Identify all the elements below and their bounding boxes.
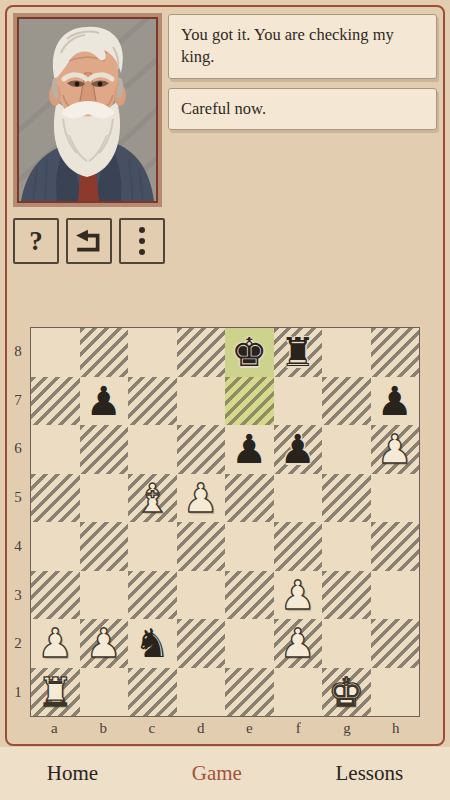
square-g4[interactable] — [322, 522, 371, 571]
piece-white-pawn: ♟ — [280, 575, 316, 615]
square-g8[interactable] — [322, 328, 371, 377]
rank-label: 7 — [7, 376, 29, 425]
square-f8[interactable]: ♜ — [274, 328, 323, 377]
file-label: c — [128, 716, 177, 740]
square-h1[interactable] — [371, 668, 420, 717]
square-e6[interactable]: ♟ — [225, 425, 274, 474]
piece-black-rook: ♜ — [280, 332, 316, 372]
piece-white-rook: ♜ — [37, 672, 73, 712]
piece-white-king: ♚ — [328, 672, 364, 712]
piece-white-pawn: ♟ — [377, 429, 413, 469]
square-g3[interactable] — [322, 571, 371, 620]
square-d4[interactable] — [177, 522, 226, 571]
rank-label: 1 — [7, 668, 29, 717]
square-b8[interactable] — [80, 328, 129, 377]
rank-label: 6 — [7, 425, 29, 474]
dialog-area: You got it. You are checking my king. Ca… — [168, 14, 437, 139]
square-d5[interactable]: ♟ — [177, 474, 226, 523]
square-d1[interactable] — [177, 668, 226, 717]
square-d6[interactable] — [177, 425, 226, 474]
piece-white-pawn: ♟ — [183, 478, 219, 518]
nav-game[interactable]: Game — [192, 761, 242, 786]
square-f3[interactable]: ♟ — [274, 571, 323, 620]
square-h2[interactable] — [371, 619, 420, 668]
undo-button[interactable] — [66, 218, 112, 264]
square-c2[interactable]: ♞ — [128, 619, 177, 668]
square-h7[interactable]: ♟ — [371, 377, 420, 426]
speech-bubble: Careful now. — [168, 88, 437, 130]
rank-label: 5 — [7, 473, 29, 522]
square-e8[interactable]: ♚ — [225, 328, 274, 377]
help-button[interactable]: ? — [13, 218, 59, 264]
square-g2[interactable] — [322, 619, 371, 668]
square-b7[interactable]: ♟ — [80, 377, 129, 426]
menu-button[interactable] — [119, 218, 165, 264]
rank-label: 3 — [7, 571, 29, 620]
square-b1[interactable] — [80, 668, 129, 717]
dr-wolf-portrait — [13, 13, 162, 207]
square-f5[interactable] — [274, 474, 323, 523]
square-e4[interactable] — [225, 522, 274, 571]
square-a2[interactable]: ♟ — [31, 619, 80, 668]
square-e3[interactable] — [225, 571, 274, 620]
toolbar: ? — [13, 218, 165, 264]
square-h6[interactable]: ♟ — [371, 425, 420, 474]
square-a3[interactable] — [31, 571, 80, 620]
piece-black-pawn: ♟ — [231, 429, 267, 469]
undo-icon — [75, 229, 103, 253]
square-c7[interactable] — [128, 377, 177, 426]
file-label: a — [30, 716, 79, 740]
piece-black-pawn: ♟ — [280, 429, 316, 469]
piece-white-pawn: ♟ — [37, 623, 73, 663]
square-d7[interactable] — [177, 377, 226, 426]
bottom-nav: Home Game Lessons — [0, 747, 450, 800]
square-d3[interactable] — [177, 571, 226, 620]
rank-label: 4 — [7, 522, 29, 571]
square-f1[interactable] — [274, 668, 323, 717]
square-g7[interactable] — [322, 377, 371, 426]
piece-black-pawn: ♟ — [377, 381, 413, 421]
square-d2[interactable] — [177, 619, 226, 668]
question-mark-icon: ? — [29, 226, 43, 257]
piece-white-pawn: ♟ — [86, 623, 122, 663]
square-g5[interactable] — [322, 474, 371, 523]
square-g6[interactable] — [322, 425, 371, 474]
square-a1[interactable]: ♜ — [31, 668, 80, 717]
square-h5[interactable] — [371, 474, 420, 523]
square-c4[interactable] — [128, 522, 177, 571]
piece-black-pawn: ♟ — [86, 381, 122, 421]
square-f6[interactable]: ♟ — [274, 425, 323, 474]
file-label: g — [323, 716, 372, 740]
rank-label: 2 — [7, 620, 29, 669]
square-e5[interactable] — [225, 474, 274, 523]
square-g1[interactable]: ♚ — [322, 668, 371, 717]
file-label: e — [225, 716, 274, 740]
square-c6[interactable] — [128, 425, 177, 474]
square-e1[interactable] — [225, 668, 274, 717]
square-h3[interactable] — [371, 571, 420, 620]
square-d8[interactable] — [177, 328, 226, 377]
square-e2[interactable] — [225, 619, 274, 668]
rank-label: 8 — [7, 327, 29, 376]
file-labels: abcdefgh — [30, 716, 420, 740]
square-f2[interactable]: ♟ — [274, 619, 323, 668]
square-a5[interactable] — [31, 474, 80, 523]
piece-black-king: ♚ — [231, 332, 267, 372]
square-a7[interactable] — [31, 377, 80, 426]
nav-lessons[interactable]: Lessons — [336, 761, 404, 786]
square-c1[interactable] — [128, 668, 177, 717]
square-b6[interactable] — [80, 425, 129, 474]
square-a6[interactable] — [31, 425, 80, 474]
square-b4[interactable] — [80, 522, 129, 571]
piece-white-bishop: ♝ — [134, 478, 170, 518]
square-b2[interactable]: ♟ — [80, 619, 129, 668]
square-f4[interactable] — [274, 522, 323, 571]
square-c3[interactable] — [128, 571, 177, 620]
square-e7[interactable] — [225, 377, 274, 426]
file-label: b — [79, 716, 128, 740]
chess-board: ♚♜♟♟♟♟♟♝♟♟♟♟♞♟♜♚ — [30, 327, 420, 717]
file-label: d — [176, 716, 225, 740]
square-c5[interactable]: ♝ — [128, 474, 177, 523]
square-h4[interactable] — [371, 522, 420, 571]
square-a4[interactable] — [31, 522, 80, 571]
rank-labels: 87654321 — [7, 327, 29, 717]
vertical-ellipsis-icon — [139, 227, 145, 255]
portrait-image — [17, 17, 158, 203]
square-f7[interactable] — [274, 377, 323, 426]
piece-black-knight: ♞ — [134, 623, 170, 663]
square-a8[interactable] — [31, 328, 80, 377]
speech-bubble: You got it. You are checking my king. — [168, 14, 437, 79]
square-b3[interactable] — [80, 571, 129, 620]
portrait-illustration — [19, 19, 156, 201]
piece-white-pawn: ♟ — [280, 623, 316, 663]
file-label: h — [371, 716, 420, 740]
square-b5[interactable] — [80, 474, 129, 523]
square-h8[interactable] — [371, 328, 420, 377]
file-label: f — [274, 716, 323, 740]
square-c8[interactable] — [128, 328, 177, 377]
nav-home[interactable]: Home — [47, 761, 98, 786]
